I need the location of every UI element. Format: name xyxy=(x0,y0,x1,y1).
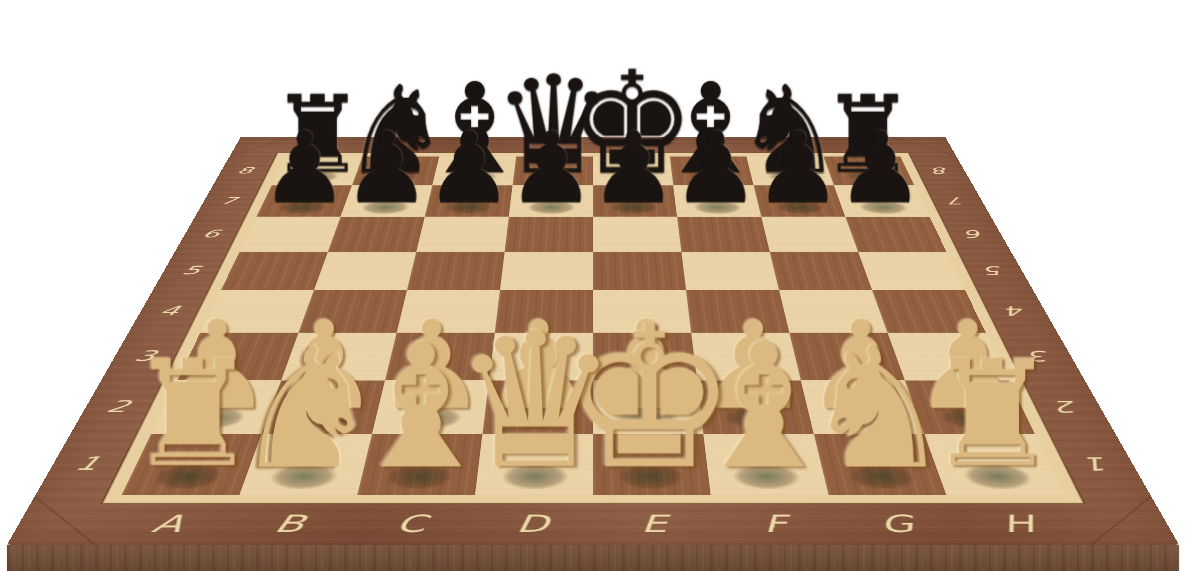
square-a6[interactable] xyxy=(240,217,341,252)
chess-board: 87654321 87654321 ABCDEFGH ♜♞♝♛♚♝♞♜♟♟♟♟♟… xyxy=(7,137,1179,545)
file-label-d: D xyxy=(470,507,593,541)
piece-white-queen-d1[interactable]: ♛ xyxy=(390,309,682,496)
file-label-b: B xyxy=(223,507,355,541)
file-labels: ABCDEFGH xyxy=(99,507,1086,541)
file-label-c: C xyxy=(346,507,474,541)
piece-shadow xyxy=(768,199,835,216)
square-b6[interactable] xyxy=(328,217,425,252)
squares-grid: ♜♞♝♛♚♝♞♜♟♟♟♟♟♟♟♟♟♟♟♟♟♟♟♟♜♞♝♛♚♝♞♜ xyxy=(122,156,1065,495)
perspective-scene: 87654321 87654321 ABCDEFGH ♜♞♝♛♚♝♞♜♟♟♟♟♟… xyxy=(0,0,1186,571)
square-d6[interactable] xyxy=(505,217,593,252)
file-label-e: E xyxy=(593,507,716,541)
piece-shadow xyxy=(352,199,419,216)
file-label-h: H xyxy=(951,507,1087,541)
piece-shadow xyxy=(686,199,751,216)
piece-shadow xyxy=(268,199,337,216)
square-h7[interactable]: ♟ xyxy=(834,185,930,217)
square-d1[interactable]: ♛ xyxy=(475,434,593,495)
square-g6[interactable] xyxy=(761,217,858,252)
piece-shadow xyxy=(436,199,501,216)
piece-shadow xyxy=(520,199,582,216)
square-b5[interactable] xyxy=(314,252,416,290)
file-label-a: A xyxy=(99,507,235,541)
square-c6[interactable] xyxy=(416,217,509,252)
square-g5[interactable] xyxy=(770,252,872,290)
piece-shadow xyxy=(604,199,666,216)
file-label-g: G xyxy=(832,507,964,541)
board-front-edge xyxy=(7,545,1179,571)
square-h6[interactable] xyxy=(845,217,946,252)
square-f1[interactable]: ♝ xyxy=(703,434,828,495)
square-a5[interactable] xyxy=(221,252,328,290)
square-e6[interactable] xyxy=(593,217,681,252)
photo-backdrop: 87654321 87654321 ABCDEFGH ♜♞♝♛♚♝♞♜♟♟♟♟♟… xyxy=(0,0,1186,571)
piece-shadow xyxy=(849,199,918,216)
file-label-f: F xyxy=(712,507,840,541)
square-c5[interactable] xyxy=(407,252,505,290)
square-h5[interactable] xyxy=(858,252,965,290)
square-f6[interactable] xyxy=(677,217,770,252)
